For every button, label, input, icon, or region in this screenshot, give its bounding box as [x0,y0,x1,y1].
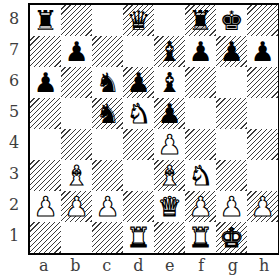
square-f3: ♞ [185,160,216,191]
square-a2: ♟ [30,191,61,222]
square-d6: ♟ [123,67,154,98]
white-bishop-e3: ♝ [157,160,181,191]
file-label-e: e [154,253,186,277]
white-rook-f1: ♜ [188,222,212,253]
white-king-g1: ♚ [219,222,243,253]
white-pawn-h2: ♟ [250,191,274,222]
black-pawn-h7: ♟ [250,36,274,67]
square-f2: ♟ [185,191,216,222]
black-pawn-d6: ♟ [126,67,150,98]
black-knight-c6: ♞ [95,67,119,98]
white-bishop-b3: ♝ [64,160,88,191]
file-label-g: g [217,253,249,277]
square-g8: ♚ [216,5,247,36]
square-d7 [123,36,154,67]
chess-diagram: 87654321 ♜♛♜♚♟♝♟♟♟♟♞♟♝♞♞♟♟♝♝♞♟♟♟♛♟♟♟♜♜♚ … [0,0,279,280]
rank-label-3: 3 [0,158,28,189]
square-b3: ♝ [61,160,92,191]
square-d2 [123,191,154,222]
square-c1 [92,222,123,253]
square-a8: ♜ [30,5,61,36]
square-b6 [61,67,92,98]
square-f1: ♜ [185,222,216,253]
rank-label-5: 5 [0,96,28,127]
square-g7: ♟ [216,36,247,67]
rank-label-1: 1 [0,220,28,251]
black-pawn-e5: ♟ [157,98,181,129]
square-b7: ♟ [61,36,92,67]
square-f7: ♟ [185,36,216,67]
file-labels: abcdefgh [28,253,279,277]
square-a7 [30,36,61,67]
white-knight-d5: ♞ [126,98,150,129]
rank-label-7: 7 [0,34,28,65]
square-e8 [154,5,185,36]
square-e7: ♝ [154,36,185,67]
square-h5 [247,98,278,129]
square-e5: ♟ [154,98,185,129]
white-pawn-f2: ♟ [188,191,212,222]
square-f8: ♜ [185,5,216,36]
black-pawn-f7: ♟ [188,36,212,67]
file-label-c: c [91,253,123,277]
square-b5 [61,98,92,129]
square-a1 [30,222,61,253]
black-pawn-b7: ♟ [64,36,88,67]
square-b4 [61,129,92,160]
square-c6: ♞ [92,67,123,98]
white-knight-f3: ♞ [188,160,212,191]
black-bishop-e6: ♝ [157,67,181,98]
white-pawn-b2: ♟ [64,191,88,222]
white-rook-d1: ♜ [126,222,150,253]
square-g3 [216,160,247,191]
rank-label-2: 2 [0,189,28,220]
square-c3 [92,160,123,191]
white-queen-e2: ♛ [157,191,181,222]
black-rook-f8: ♜ [188,5,212,36]
black-king-g8: ♚ [219,5,243,36]
white-pawn-g2: ♟ [219,191,243,222]
square-c8 [92,5,123,36]
square-b2: ♟ [61,191,92,222]
rank-label-8: 8 [0,3,28,34]
square-e6: ♝ [154,67,185,98]
black-bishop-e7: ♝ [157,36,181,67]
square-e1 [154,222,185,253]
square-h2: ♟ [247,191,278,222]
square-f4 [185,129,216,160]
file-label-b: b [60,253,92,277]
square-d1: ♜ [123,222,154,253]
file-label-h: h [249,253,280,277]
square-h8 [247,5,278,36]
rank-label-4: 4 [0,127,28,158]
black-knight-c5: ♞ [95,98,119,129]
square-g5 [216,98,247,129]
square-h7: ♟ [247,36,278,67]
white-pawn-a2: ♟ [33,191,57,222]
square-e2: ♛ [154,191,185,222]
square-a3 [30,160,61,191]
square-a5 [30,98,61,129]
square-h1 [247,222,278,253]
square-e4: ♟ [154,129,185,160]
square-c5: ♞ [92,98,123,129]
white-pawn-c2: ♟ [95,191,119,222]
file-label-a: a [28,253,60,277]
square-c4 [92,129,123,160]
file-label-d: d [123,253,155,277]
square-f5 [185,98,216,129]
square-g4 [216,129,247,160]
square-d3 [123,160,154,191]
square-c2: ♟ [92,191,123,222]
square-b1 [61,222,92,253]
black-pawn-g7: ♟ [219,36,243,67]
black-rook-a8: ♜ [33,5,57,36]
white-pawn-e4: ♟ [157,129,181,160]
square-c7 [92,36,123,67]
square-g6 [216,67,247,98]
black-queen-d8: ♛ [126,5,150,36]
file-label-f: f [186,253,218,277]
square-h6 [247,67,278,98]
rank-labels: 87654321 [0,3,28,251]
rank-label-6: 6 [0,65,28,96]
square-d4 [123,129,154,160]
square-h3 [247,160,278,191]
black-pawn-a6: ♟ [33,67,57,98]
square-d5: ♞ [123,98,154,129]
square-h4 [247,129,278,160]
square-g1: ♚ [216,222,247,253]
board: ♜♛♜♚♟♝♟♟♟♟♞♟♝♞♞♟♟♝♝♞♟♟♟♛♟♟♟♜♜♚ [28,3,279,255]
square-f6 [185,67,216,98]
square-a6: ♟ [30,67,61,98]
square-e3: ♝ [154,160,185,191]
square-a4 [30,129,61,160]
square-g2: ♟ [216,191,247,222]
square-d8: ♛ [123,5,154,36]
square-b8 [61,5,92,36]
